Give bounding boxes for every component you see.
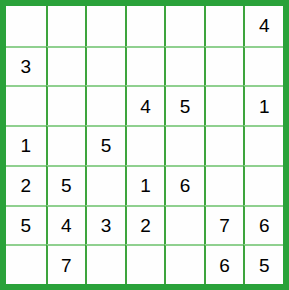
puzzle-grid: 43451152516543276765 — [0, 0, 289, 290]
cell-r6c1[interactable]: 5 — [6, 205, 46, 245]
cell-r6c6[interactable]: 7 — [204, 205, 244, 245]
cell-r7c5[interactable] — [164, 244, 204, 284]
cell-r4c4[interactable] — [125, 125, 165, 165]
puzzle-stage: 43451152516543276765 — [0, 0, 289, 290]
cell-r7c7[interactable]: 5 — [243, 244, 283, 284]
cell-r7c1[interactable] — [6, 244, 46, 284]
cell-r4c2[interactable] — [46, 125, 86, 165]
cell-r7c3[interactable] — [85, 244, 125, 284]
cell-r2c3[interactable] — [85, 46, 125, 86]
cell-r1c5[interactable] — [164, 6, 204, 46]
cell-r5c4[interactable]: 1 — [125, 165, 165, 205]
cell-r3c4[interactable]: 4 — [125, 85, 165, 125]
cell-r6c5[interactable] — [164, 205, 204, 245]
cell-r4c1[interactable]: 1 — [6, 125, 46, 165]
cell-r7c6[interactable]: 6 — [204, 244, 244, 284]
cell-r1c6[interactable] — [204, 6, 244, 46]
cell-r5c2[interactable]: 5 — [46, 165, 86, 205]
cell-r2c5[interactable] — [164, 46, 204, 86]
cell-r1c4[interactable] — [125, 6, 165, 46]
cell-r2c2[interactable] — [46, 46, 86, 86]
cell-r2c7[interactable] — [243, 46, 283, 86]
cell-r6c2[interactable]: 4 — [46, 205, 86, 245]
cell-r2c6[interactable] — [204, 46, 244, 86]
cell-r3c3[interactable] — [85, 85, 125, 125]
cell-r5c1[interactable]: 2 — [6, 165, 46, 205]
cell-r1c2[interactable] — [46, 6, 86, 46]
cell-r3c7[interactable]: 1 — [243, 85, 283, 125]
cell-r3c2[interactable] — [46, 85, 86, 125]
cell-r5c3[interactable] — [85, 165, 125, 205]
cell-r7c4[interactable] — [125, 244, 165, 284]
cell-r3c6[interactable] — [204, 85, 244, 125]
cell-r5c6[interactable] — [204, 165, 244, 205]
cell-r5c7[interactable] — [243, 165, 283, 205]
cell-r4c3[interactable]: 5 — [85, 125, 125, 165]
cell-r3c1[interactable] — [6, 85, 46, 125]
cell-r6c7[interactable]: 6 — [243, 205, 283, 245]
cell-r7c2[interactable]: 7 — [46, 244, 86, 284]
cell-r2c4[interactable] — [125, 46, 165, 86]
cell-r4c6[interactable] — [204, 125, 244, 165]
cell-r1c7[interactable]: 4 — [243, 6, 283, 46]
cell-r3c5[interactable]: 5 — [164, 85, 204, 125]
cell-r4c7[interactable] — [243, 125, 283, 165]
cell-r1c1[interactable] — [6, 6, 46, 46]
cell-r6c4[interactable]: 2 — [125, 205, 165, 245]
cell-r1c3[interactable] — [85, 6, 125, 46]
cell-r4c5[interactable] — [164, 125, 204, 165]
cell-r6c3[interactable]: 3 — [85, 205, 125, 245]
cell-r2c1[interactable]: 3 — [6, 46, 46, 86]
cell-r5c5[interactable]: 6 — [164, 165, 204, 205]
